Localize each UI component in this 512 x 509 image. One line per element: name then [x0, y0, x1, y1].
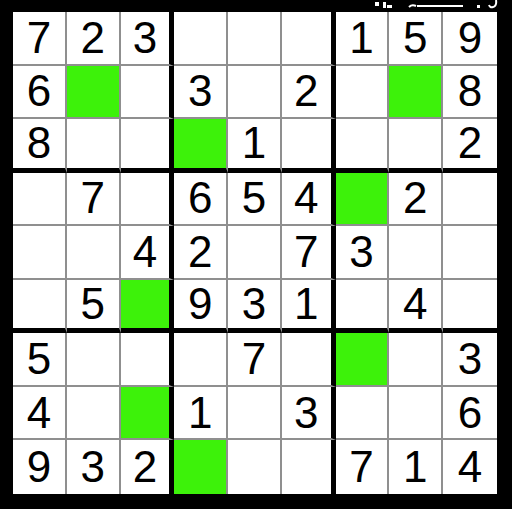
cell-r6c8[interactable]: 4	[389, 280, 443, 334]
cell-r9c4[interactable]	[174, 440, 228, 494]
cell-r5c3[interactable]: 4	[121, 226, 175, 280]
cell-r9c7[interactable]: 7	[336, 440, 390, 494]
cell-r9c9[interactable]: 4	[443, 440, 497, 494]
cell-r1c4[interactable]	[174, 12, 228, 66]
cell-r9c8[interactable]: 1	[389, 440, 443, 494]
cell-r5c7[interactable]: 3	[336, 226, 390, 280]
cell-r7c9[interactable]: 3	[443, 333, 497, 387]
cell-r2c3[interactable]	[121, 66, 175, 120]
cell-r2c2[interactable]	[67, 66, 121, 120]
cell-r1c6[interactable]	[282, 12, 336, 66]
cell-r7c4[interactable]	[174, 333, 228, 387]
cell-r6c3[interactable]	[121, 280, 175, 334]
cell-r6c1[interactable]	[13, 280, 67, 334]
cell-r2c6[interactable]: 2	[282, 66, 336, 120]
cell-r4c3[interactable]	[121, 173, 175, 227]
cell-r2c9[interactable]: 8	[443, 66, 497, 120]
cell-r3c5[interactable]: 1	[228, 119, 282, 173]
cell-r5c9[interactable]	[443, 226, 497, 280]
cell-r6c5[interactable]: 3	[228, 280, 282, 334]
sudoku-board: 7231596328812765424273593145734136932714	[13, 12, 497, 494]
cell-r4c7[interactable]	[336, 173, 390, 227]
top-scribble-decoration	[0, 0, 512, 12]
cell-r8c1[interactable]: 4	[13, 387, 67, 441]
cell-r3c3[interactable]	[121, 119, 175, 173]
cell-r1c5[interactable]	[228, 12, 282, 66]
cell-r9c5[interactable]	[228, 440, 282, 494]
cell-r1c3[interactable]: 3	[121, 12, 175, 66]
cell-r7c1[interactable]: 5	[13, 333, 67, 387]
cell-r4c9[interactable]	[443, 173, 497, 227]
cell-r8c7[interactable]	[336, 387, 390, 441]
cell-r8c9[interactable]: 6	[443, 387, 497, 441]
cell-r5c5[interactable]	[228, 226, 282, 280]
cell-r7c7[interactable]	[336, 333, 390, 387]
cell-r2c5[interactable]	[228, 66, 282, 120]
cell-r3c7[interactable]	[336, 119, 390, 173]
cell-r8c6[interactable]: 3	[282, 387, 336, 441]
cell-r5c4[interactable]: 2	[174, 226, 228, 280]
cell-r8c5[interactable]	[228, 387, 282, 441]
cell-r3c2[interactable]	[67, 119, 121, 173]
cell-r7c5[interactable]: 7	[228, 333, 282, 387]
cell-r4c5[interactable]: 5	[228, 173, 282, 227]
cell-r5c8[interactable]	[389, 226, 443, 280]
cell-r2c7[interactable]	[336, 66, 390, 120]
cell-r1c1[interactable]: 7	[13, 12, 67, 66]
cell-r1c2[interactable]: 2	[67, 12, 121, 66]
cell-r6c2[interactable]: 5	[67, 280, 121, 334]
cell-r6c6[interactable]: 1	[282, 280, 336, 334]
cell-r4c1[interactable]	[13, 173, 67, 227]
cell-r2c4[interactable]: 3	[174, 66, 228, 120]
cell-r8c3[interactable]	[121, 387, 175, 441]
cell-r7c2[interactable]	[67, 333, 121, 387]
cell-r4c4[interactable]: 6	[174, 173, 228, 227]
cell-r8c4[interactable]: 1	[174, 387, 228, 441]
cell-r3c6[interactable]	[282, 119, 336, 173]
cell-r2c1[interactable]: 6	[13, 66, 67, 120]
cell-r9c1[interactable]: 9	[13, 440, 67, 494]
cell-r2c8[interactable]	[389, 66, 443, 120]
cell-r3c9[interactable]: 2	[443, 119, 497, 173]
cell-r7c6[interactable]	[282, 333, 336, 387]
cell-r5c2[interactable]	[67, 226, 121, 280]
cell-r8c2[interactable]	[67, 387, 121, 441]
cell-r8c8[interactable]	[389, 387, 443, 441]
cell-r7c8[interactable]	[389, 333, 443, 387]
cell-r5c1[interactable]	[13, 226, 67, 280]
cell-r7c3[interactable]	[121, 333, 175, 387]
cell-r6c4[interactable]: 9	[174, 280, 228, 334]
cell-r6c7[interactable]	[336, 280, 390, 334]
cell-r3c4[interactable]	[174, 119, 228, 173]
cell-r6c9[interactable]	[443, 280, 497, 334]
cell-r4c8[interactable]: 2	[389, 173, 443, 227]
cell-r1c9[interactable]: 9	[443, 12, 497, 66]
cell-r9c3[interactable]: 2	[121, 440, 175, 494]
cell-r5c6[interactable]: 7	[282, 226, 336, 280]
cell-r9c2[interactable]: 3	[67, 440, 121, 494]
cell-r1c8[interactable]: 5	[389, 12, 443, 66]
cell-r3c1[interactable]: 8	[13, 119, 67, 173]
cell-r4c2[interactable]: 7	[67, 173, 121, 227]
cell-r3c8[interactable]	[389, 119, 443, 173]
cell-r9c6[interactable]	[282, 440, 336, 494]
cell-r4c6[interactable]: 4	[282, 173, 336, 227]
cell-r1c7[interactable]: 1	[336, 12, 390, 66]
